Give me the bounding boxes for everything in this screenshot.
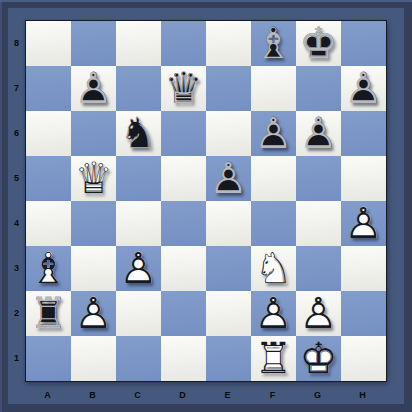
square-a8[interactable]: [26, 21, 71, 66]
black-bishop-f8[interactable]: ♝♗: [251, 21, 296, 66]
square-a7[interactable]: [26, 66, 71, 111]
square-a5[interactable]: [26, 156, 71, 201]
square-d8[interactable]: [161, 21, 206, 66]
square-e6[interactable]: [206, 111, 251, 156]
file-label-b: B: [70, 384, 115, 406]
square-d1[interactable]: [161, 336, 206, 381]
square-c7[interactable]: [116, 66, 161, 111]
white-pawn-outline: ♙: [116, 246, 161, 291]
square-g7[interactable]: [296, 66, 341, 111]
square-c1[interactable]: [116, 336, 161, 381]
board-frame: 87654321 ♝♗♚♔♟♙♛♕♟♙♞♘♟♙♟♙♛♕♟♙♟♙♝♗♟♙♞♘♜♖♟…: [0, 0, 412, 412]
square-d5[interactable]: [161, 156, 206, 201]
square-e8[interactable]: [206, 21, 251, 66]
black-pawn-h7[interactable]: ♟♙: [341, 66, 386, 111]
frame-highlight-left: [0, 0, 2, 412]
rank-labels: 87654321: [8, 20, 25, 380]
square-f2[interactable]: ♟♙: [251, 291, 296, 336]
white-bishop-a3[interactable]: ♝♗: [26, 246, 71, 291]
square-b5[interactable]: ♛♕: [71, 156, 116, 201]
white-knight-f3[interactable]: ♞♘: [251, 246, 296, 291]
black-knight-outline: ♘: [116, 111, 161, 156]
square-a1[interactable]: [26, 336, 71, 381]
black-queen-outline: ♕: [161, 66, 206, 111]
square-e4[interactable]: [206, 201, 251, 246]
white-pawn-h4[interactable]: ♟♙: [341, 201, 386, 246]
black-pawn-outline: ♙: [251, 111, 296, 156]
square-h7[interactable]: ♟♙: [341, 66, 386, 111]
rank-label-3: 3: [8, 245, 25, 290]
square-e1[interactable]: [206, 336, 251, 381]
square-c4[interactable]: [116, 201, 161, 246]
rank-label-1: 1: [8, 335, 25, 380]
black-rook-outline: ♖: [26, 291, 71, 336]
file-label-h: H: [340, 384, 385, 406]
square-c5[interactable]: [116, 156, 161, 201]
square-d2[interactable]: [161, 291, 206, 336]
white-bishop-outline: ♗: [26, 246, 71, 291]
square-c8[interactable]: [116, 21, 161, 66]
square-g2[interactable]: ♟♙: [296, 291, 341, 336]
black-pawn-b7[interactable]: ♟♙: [71, 66, 116, 111]
square-b8[interactable]: [71, 21, 116, 66]
square-f4[interactable]: [251, 201, 296, 246]
square-g8[interactable]: ♚♔: [296, 21, 341, 66]
square-b6[interactable]: [71, 111, 116, 156]
black-pawn-g6[interactable]: ♟♙: [296, 111, 341, 156]
square-f3[interactable]: ♞♘: [251, 246, 296, 291]
black-pawn-outline: ♙: [341, 66, 386, 111]
file-label-d: D: [160, 384, 205, 406]
square-h1[interactable]: [341, 336, 386, 381]
square-c6[interactable]: ♞♘: [116, 111, 161, 156]
square-f6[interactable]: ♟♙: [251, 111, 296, 156]
black-pawn-outline: ♙: [296, 111, 341, 156]
white-king-g1[interactable]: ♚♔: [296, 336, 341, 381]
square-g4[interactable]: [296, 201, 341, 246]
label-gutter: 87654321 ♝♗♚♔♟♙♛♕♟♙♞♘♟♙♟♙♛♕♟♙♟♙♝♗♟♙♞♘♜♖♟…: [8, 8, 404, 404]
white-pawn-c3[interactable]: ♟♙: [116, 246, 161, 291]
white-pawn-f2[interactable]: ♟♙: [251, 291, 296, 336]
square-h5[interactable]: [341, 156, 386, 201]
square-a3[interactable]: ♝♗: [26, 246, 71, 291]
square-a2[interactable]: ♜♖: [26, 291, 71, 336]
frame-highlight-top: [0, 0, 412, 2]
white-knight-outline: ♘: [251, 246, 296, 291]
square-e7[interactable]: [206, 66, 251, 111]
square-h4[interactable]: ♟♙: [341, 201, 386, 246]
square-b1[interactable]: [71, 336, 116, 381]
rank-label-6: 6: [8, 110, 25, 155]
square-f8[interactable]: ♝♗: [251, 21, 296, 66]
square-e2[interactable]: [206, 291, 251, 336]
file-label-f: F: [250, 384, 295, 406]
black-king-g8[interactable]: ♚♔: [296, 21, 341, 66]
square-d3[interactable]: [161, 246, 206, 291]
square-b3[interactable]: [71, 246, 116, 291]
white-queen-outline: ♕: [71, 156, 116, 201]
square-a6[interactable]: [26, 111, 71, 156]
square-g1[interactable]: ♚♔: [296, 336, 341, 381]
white-pawn-b2[interactable]: ♟♙: [71, 291, 116, 336]
square-h8[interactable]: [341, 21, 386, 66]
white-queen-b5[interactable]: ♛♕: [71, 156, 116, 201]
square-h2[interactable]: [341, 291, 386, 336]
chess-diagram: 87654321 ♝♗♚♔♟♙♛♕♟♙♞♘♟♙♟♙♛♕♟♙♟♙♝♗♟♙♞♘♜♖♟…: [0, 0, 412, 412]
black-queen-d7[interactable]: ♛♕: [161, 66, 206, 111]
file-label-c: C: [115, 384, 160, 406]
square-h3[interactable]: [341, 246, 386, 291]
square-d6[interactable]: [161, 111, 206, 156]
square-f1[interactable]: ♜♖: [251, 336, 296, 381]
square-e3[interactable]: [206, 246, 251, 291]
file-label-e: E: [205, 384, 250, 406]
file-labels: ABCDEFGH: [25, 384, 385, 406]
black-king-outline: ♔: [296, 21, 341, 66]
square-d4[interactable]: [161, 201, 206, 246]
black-pawn-e5[interactable]: ♟♙: [206, 156, 251, 201]
black-bishop-outline: ♗: [251, 21, 296, 66]
square-b7[interactable]: ♟♙: [71, 66, 116, 111]
black-knight-c6[interactable]: ♞♘: [116, 111, 161, 156]
rank-label-8: 8: [8, 20, 25, 65]
white-king-outline: ♔: [296, 336, 341, 381]
square-f7[interactable]: [251, 66, 296, 111]
square-g5[interactable]: [296, 156, 341, 201]
white-rook-outline: ♖: [251, 336, 296, 381]
white-pawn-outline: ♙: [71, 291, 116, 336]
white-rook-f1[interactable]: ♜♖: [251, 336, 296, 381]
square-c3[interactable]: ♟♙: [116, 246, 161, 291]
rank-label-2: 2: [8, 290, 25, 335]
square-c2[interactable]: [116, 291, 161, 336]
square-d7[interactable]: ♛♕: [161, 66, 206, 111]
square-g3[interactable]: [296, 246, 341, 291]
square-a4[interactable]: [26, 201, 71, 246]
square-e5[interactable]: ♟♙: [206, 156, 251, 201]
black-pawn-f6[interactable]: ♟♙: [251, 111, 296, 156]
file-label-a: A: [25, 384, 70, 406]
white-pawn-outline: ♙: [251, 291, 296, 336]
rank-label-7: 7: [8, 65, 25, 110]
white-pawn-outline: ♙: [341, 201, 386, 246]
square-b4[interactable]: [71, 201, 116, 246]
chess-board: ♝♗♚♔♟♙♛♕♟♙♞♘♟♙♟♙♛♕♟♙♟♙♝♗♟♙♞♘♜♖♟♙♟♙♟♙♜♖♚♔: [25, 20, 387, 382]
white-pawn-outline: ♙: [296, 291, 341, 336]
file-label-g: G: [295, 384, 340, 406]
black-rook-a2[interactable]: ♜♖: [26, 291, 71, 336]
rank-label-5: 5: [8, 155, 25, 200]
rank-label-4: 4: [8, 200, 25, 245]
white-pawn-g2[interactable]: ♟♙: [296, 291, 341, 336]
black-pawn-outline: ♙: [71, 66, 116, 111]
square-b2[interactable]: ♟♙: [71, 291, 116, 336]
square-h6[interactable]: [341, 111, 386, 156]
black-pawn-outline: ♙: [206, 156, 251, 201]
square-g6[interactable]: ♟♙: [296, 111, 341, 156]
square-f5[interactable]: [251, 156, 296, 201]
